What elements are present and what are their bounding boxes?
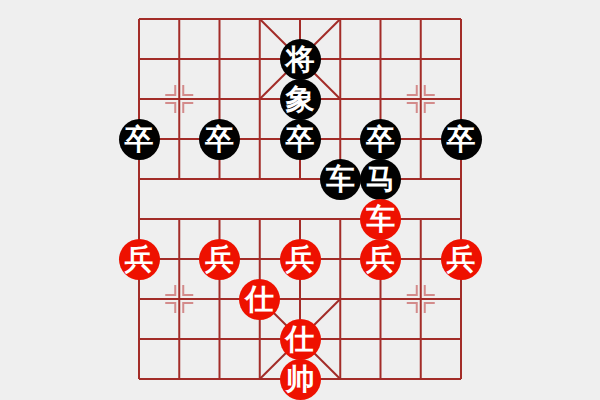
- piece-red-pawn-1[interactable]: 兵: [119, 239, 160, 280]
- piece-black-elephant[interactable]: 象: [280, 79, 321, 120]
- piece-black-pawn-2[interactable]: 卒: [199, 119, 240, 160]
- piece-red-pawn-3[interactable]: 兵: [280, 239, 321, 280]
- piece-black-pawn-5[interactable]: 卒: [441, 119, 482, 160]
- piece-black-pawn-4[interactable]: 卒: [360, 119, 401, 160]
- piece-black-pawn-1[interactable]: 卒: [119, 119, 160, 160]
- piece-black-chariot[interactable]: 车: [320, 159, 361, 200]
- piece-red-advisor-1[interactable]: 仕: [239, 279, 280, 320]
- piece-red-pawn-4[interactable]: 兵: [360, 239, 401, 280]
- piece-red-general[interactable]: 帅: [280, 359, 321, 400]
- piece-red-pawn-2[interactable]: 兵: [199, 239, 240, 280]
- piece-red-chariot[interactable]: 车: [360, 199, 401, 240]
- piece-red-advisor-2[interactable]: 仕: [280, 319, 321, 360]
- piece-black-pawn-3[interactable]: 卒: [280, 119, 321, 160]
- piece-red-pawn-5[interactable]: 兵: [441, 239, 482, 280]
- piece-black-horse[interactable]: 马: [360, 159, 401, 200]
- xiangqi-board: 将象卒卒卒卒卒车马车兵兵兵兵兵仕仕帅: [0, 0, 600, 400]
- piece-black-general[interactable]: 将: [280, 39, 321, 80]
- piece-layer: 将象卒卒卒卒卒车马车兵兵兵兵兵仕仕帅: [119, 0, 481, 399]
